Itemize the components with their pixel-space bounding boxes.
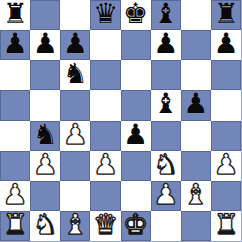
square-d4[interactable] — [90, 121, 120, 151]
square-e3[interactable] — [121, 151, 151, 181]
square-e7[interactable] — [121, 30, 151, 60]
piece-white-rook[interactable]: ♜ — [3, 211, 28, 239]
square-f6[interactable] — [151, 60, 181, 90]
square-d5[interactable] — [90, 90, 120, 120]
square-a7[interactable]: ♟ — [0, 30, 30, 60]
square-c8[interactable] — [60, 0, 90, 30]
square-e2[interactable] — [121, 181, 151, 211]
square-c7[interactable]: ♟ — [60, 30, 90, 60]
square-g6[interactable] — [181, 60, 211, 90]
square-e1[interactable]: ♚ — [121, 211, 151, 241]
square-a3[interactable] — [0, 151, 30, 181]
square-f5[interactable]: ♝ — [151, 90, 181, 120]
piece-black-bishop[interactable]: ♝ — [153, 0, 178, 28]
square-h2[interactable] — [211, 181, 241, 211]
piece-black-pawn[interactable]: ♟ — [213, 30, 238, 58]
square-g2[interactable]: ♝ — [181, 181, 211, 211]
piece-white-pawn[interactable]: ♟ — [93, 151, 118, 179]
piece-black-pawn[interactable]: ♟ — [63, 30, 88, 58]
square-h8[interactable]: ♜ — [211, 0, 241, 30]
square-c2[interactable] — [60, 181, 90, 211]
square-c6[interactable]: ♞ — [60, 60, 90, 90]
square-d8[interactable]: ♛ — [90, 0, 120, 30]
piece-black-king[interactable]: ♚ — [123, 0, 148, 28]
piece-white-pawn[interactable]: ♟ — [33, 151, 58, 179]
square-c3[interactable] — [60, 151, 90, 181]
square-g8[interactable] — [181, 0, 211, 30]
piece-black-queen[interactable]: ♛ — [93, 0, 118, 28]
piece-black-pawn[interactable]: ♟ — [123, 121, 148, 149]
piece-black-pawn[interactable]: ♟ — [3, 30, 28, 58]
piece-white-king[interactable]: ♚ — [123, 211, 148, 239]
piece-black-rook[interactable]: ♜ — [3, 0, 28, 28]
square-h3[interactable]: ♟ — [211, 151, 241, 181]
piece-black-knight[interactable]: ♞ — [33, 121, 58, 149]
square-g7[interactable] — [181, 30, 211, 60]
square-e4[interactable]: ♟ — [121, 121, 151, 151]
square-b1[interactable]: ♞ — [30, 211, 60, 241]
square-a1[interactable]: ♜ — [0, 211, 30, 241]
square-b5[interactable] — [30, 90, 60, 120]
square-h4[interactable] — [211, 121, 241, 151]
piece-white-knight[interactable]: ♞ — [33, 211, 58, 239]
piece-white-pawn[interactable]: ♟ — [213, 151, 238, 179]
square-d7[interactable] — [90, 30, 120, 60]
square-d3[interactable]: ♟ — [90, 151, 120, 181]
square-h7[interactable]: ♟ — [211, 30, 241, 60]
piece-white-knight[interactable]: ♞ — [153, 151, 178, 179]
piece-white-pawn[interactable]: ♟ — [63, 121, 88, 149]
square-b7[interactable]: ♟ — [30, 30, 60, 60]
square-f8[interactable]: ♝ — [151, 0, 181, 30]
square-d1[interactable]: ♛ — [90, 211, 120, 241]
square-b3[interactable]: ♟ — [30, 151, 60, 181]
piece-black-bishop[interactable]: ♝ — [153, 90, 178, 118]
square-d6[interactable] — [90, 60, 120, 90]
piece-black-rook[interactable]: ♜ — [213, 0, 238, 28]
square-b2[interactable] — [30, 181, 60, 211]
square-h6[interactable] — [211, 60, 241, 90]
square-g5[interactable]: ♟ — [181, 90, 211, 120]
square-g4[interactable] — [181, 121, 211, 151]
square-b8[interactable] — [30, 0, 60, 30]
square-b4[interactable]: ♞ — [30, 121, 60, 151]
square-b6[interactable] — [30, 60, 60, 90]
square-e5[interactable] — [121, 90, 151, 120]
piece-black-knight[interactable]: ♞ — [63, 60, 88, 88]
piece-white-bishop[interactable]: ♝ — [183, 181, 208, 209]
square-f2[interactable]: ♟ — [151, 181, 181, 211]
square-d2[interactable] — [90, 181, 120, 211]
chess-board: ♜♛♚♝♜♟♟♟♟♟♞♝♟♞♟♟♟♟♞♟♟♟♝♜♞♝♛♚♜ — [0, 0, 242, 242]
square-g3[interactable] — [181, 151, 211, 181]
square-e6[interactable] — [121, 60, 151, 90]
piece-black-pawn[interactable]: ♟ — [33, 30, 58, 58]
piece-white-rook[interactable]: ♜ — [213, 211, 238, 239]
piece-white-pawn[interactable]: ♟ — [3, 181, 28, 209]
piece-white-queen[interactable]: ♛ — [93, 211, 118, 239]
piece-black-pawn[interactable]: ♟ — [153, 30, 178, 58]
square-c5[interactable] — [60, 90, 90, 120]
square-g1[interactable] — [181, 211, 211, 241]
square-f1[interactable] — [151, 211, 181, 241]
square-a2[interactable]: ♟ — [0, 181, 30, 211]
square-c1[interactable]: ♝ — [60, 211, 90, 241]
square-a6[interactable] — [0, 60, 30, 90]
piece-black-pawn[interactable]: ♟ — [183, 90, 208, 118]
square-f3[interactable]: ♞ — [151, 151, 181, 181]
piece-white-pawn[interactable]: ♟ — [153, 181, 178, 209]
square-a8[interactable]: ♜ — [0, 0, 30, 30]
square-e8[interactable]: ♚ — [121, 0, 151, 30]
square-c4[interactable]: ♟ — [60, 121, 90, 151]
square-a4[interactable] — [0, 121, 30, 151]
square-h1[interactable]: ♜ — [211, 211, 241, 241]
square-f7[interactable]: ♟ — [151, 30, 181, 60]
square-f4[interactable] — [151, 121, 181, 151]
square-h5[interactable] — [211, 90, 241, 120]
square-a5[interactable] — [0, 90, 30, 120]
piece-white-bishop[interactable]: ♝ — [63, 211, 88, 239]
